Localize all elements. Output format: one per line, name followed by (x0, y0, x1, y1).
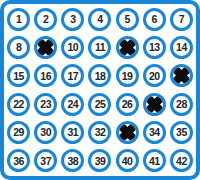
number-ball-30[interactable]: 30 (34, 121, 57, 144)
number-ball-16[interactable]: 16 (34, 64, 57, 87)
number-ball-6[interactable]: 6 (143, 8, 166, 31)
number-ball-40[interactable]: 40 (116, 149, 139, 172)
number-ball-5[interactable]: 5 (116, 8, 139, 31)
crossed-number-ball-27[interactable] (143, 93, 166, 116)
number-ball-42[interactable]: 42 (170, 149, 193, 172)
lottery-board: 1234567810111314151617181920222324252628… (0, 0, 200, 180)
crossed-number-ball-21[interactable] (170, 64, 193, 87)
crossed-number-ball-33[interactable] (116, 121, 139, 144)
number-ball-28[interactable]: 28 (170, 93, 193, 116)
number-ball-29[interactable]: 29 (7, 121, 30, 144)
crossed-number-ball-12[interactable] (116, 36, 139, 59)
number-ball-17[interactable]: 17 (61, 64, 84, 87)
number-ball-19[interactable]: 19 (116, 64, 139, 87)
number-ball-1[interactable]: 1 (7, 8, 30, 31)
x-mark-icon (117, 37, 138, 58)
number-ball-14[interactable]: 14 (170, 36, 193, 59)
number-ball-3[interactable]: 3 (61, 8, 84, 31)
number-ball-22[interactable]: 22 (7, 93, 30, 116)
number-ball-38[interactable]: 38 (61, 149, 84, 172)
number-ball-31[interactable]: 31 (61, 121, 84, 144)
number-ball-32[interactable]: 32 (88, 121, 111, 144)
number-ball-20[interactable]: 20 (143, 64, 166, 87)
number-ball-18[interactable]: 18 (88, 64, 111, 87)
number-ball-13[interactable]: 13 (143, 36, 166, 59)
number-ball-36[interactable]: 36 (7, 149, 30, 172)
number-ball-39[interactable]: 39 (88, 149, 111, 172)
number-ball-41[interactable]: 41 (143, 149, 166, 172)
x-mark-icon (117, 122, 138, 143)
number-ball-37[interactable]: 37 (34, 149, 57, 172)
number-ball-2[interactable]: 2 (34, 8, 57, 31)
number-ball-34[interactable]: 34 (143, 121, 166, 144)
number-ball-24[interactable]: 24 (61, 93, 84, 116)
number-ball-10[interactable]: 10 (61, 36, 84, 59)
number-ball-25[interactable]: 25 (88, 93, 111, 116)
x-mark-icon (144, 94, 165, 115)
number-ball-15[interactable]: 15 (7, 64, 30, 87)
number-ball-35[interactable]: 35 (170, 121, 193, 144)
x-mark-icon (171, 65, 192, 86)
x-mark-icon (35, 37, 56, 58)
number-ball-8[interactable]: 8 (7, 36, 30, 59)
number-ball-23[interactable]: 23 (34, 93, 57, 116)
crossed-number-ball-9[interactable] (34, 36, 57, 59)
number-ball-7[interactable]: 7 (170, 8, 193, 31)
number-ball-26[interactable]: 26 (116, 93, 139, 116)
number-ball-4[interactable]: 4 (88, 8, 111, 31)
number-ball-11[interactable]: 11 (88, 36, 111, 59)
